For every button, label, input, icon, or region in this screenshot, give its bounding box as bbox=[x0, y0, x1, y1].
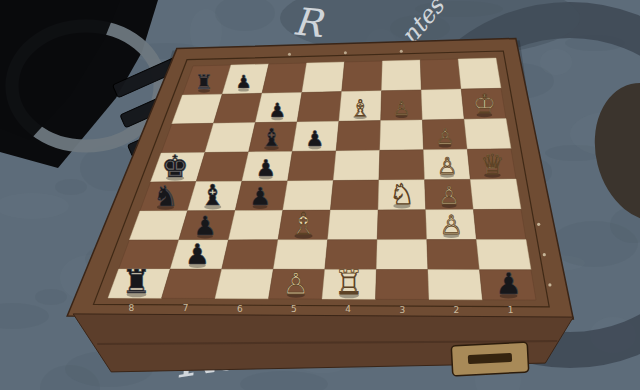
piece-glyph: ♟ bbox=[249, 182, 271, 211]
piece-glyph: ♞ bbox=[153, 180, 179, 213]
rank-label-4: 4 bbox=[345, 304, 351, 314]
square-c4[interactable] bbox=[328, 210, 379, 240]
piece-glyph: ♖ bbox=[334, 263, 364, 302]
piece-white-king-g1[interactable]: ♔ bbox=[473, 89, 496, 119]
piece-glyph: ♗ bbox=[350, 95, 370, 121]
piece-white-pawn-f2[interactable]: ♙ bbox=[435, 124, 454, 149]
file-label-mark bbox=[537, 223, 540, 226]
piece-white-pawn-g3[interactable]: ♙ bbox=[393, 97, 411, 120]
file-label-mark bbox=[543, 253, 546, 256]
square-d4[interactable] bbox=[330, 180, 379, 210]
piece-glyph: ♜ bbox=[195, 71, 213, 94]
piece-glyph: ♕ bbox=[480, 148, 505, 181]
square-c1[interactable] bbox=[473, 209, 526, 239]
square-g5[interactable] bbox=[297, 92, 342, 122]
piece-glyph: ♟ bbox=[495, 266, 522, 301]
rank-label-5: 5 bbox=[291, 304, 297, 314]
square-b6[interactable] bbox=[222, 240, 278, 269]
piece-black-rook-h8[interactable]: ♜ bbox=[195, 71, 213, 94]
piece-glyph: ♟ bbox=[185, 238, 210, 271]
file-label-mark bbox=[548, 283, 551, 286]
piece-glyph: ♟ bbox=[235, 71, 251, 92]
piece-black-pawn-e6[interactable]: ♟ bbox=[255, 155, 276, 181]
piece-black-king-e8[interactable]: ♚ bbox=[161, 149, 188, 184]
piece-black-bishop-f6[interactable]: ♝ bbox=[260, 123, 282, 152]
square-a7[interactable] bbox=[162, 269, 222, 298]
piece-white-pawn-c2[interactable]: ♙ bbox=[439, 210, 463, 240]
piece-white-pawn-d2[interactable]: ♙ bbox=[438, 181, 460, 210]
square-h4[interactable] bbox=[342, 61, 383, 92]
piece-white-pawn-a5[interactable]: ♙ bbox=[283, 266, 310, 301]
piece-white-bishop-c5[interactable]: ♗ bbox=[290, 206, 317, 241]
square-a3[interactable] bbox=[376, 270, 430, 300]
square-h3[interactable] bbox=[382, 60, 422, 91]
piece-glyph: ♔ bbox=[473, 89, 496, 119]
piece-black-pawn-a1[interactable]: ♟ bbox=[495, 266, 522, 301]
square-e7[interactable] bbox=[196, 152, 248, 182]
piece-black-rook-a8[interactable]: ♜ bbox=[122, 262, 152, 301]
piece-glyph: ♙ bbox=[283, 266, 310, 301]
piece-glyph: ♝ bbox=[200, 179, 226, 212]
square-a2[interactable] bbox=[428, 270, 483, 300]
square-c3[interactable] bbox=[377, 210, 427, 240]
square-h5[interactable] bbox=[302, 62, 345, 93]
piece-black-pawn-h7[interactable]: ♟ bbox=[235, 71, 251, 92]
square-h2[interactable] bbox=[420, 59, 461, 90]
piece-white-bishop-g4[interactable]: ♗ bbox=[350, 95, 370, 121]
rank-label-7: 7 bbox=[183, 303, 189, 313]
square-g2[interactable] bbox=[421, 89, 464, 120]
piece-glyph: ♟ bbox=[268, 99, 286, 122]
piece-white-knight-d3[interactable]: ♘ bbox=[389, 178, 415, 211]
square-f1[interactable] bbox=[464, 119, 511, 150]
square-e3[interactable] bbox=[379, 150, 425, 180]
piece-glyph: ♙ bbox=[393, 97, 411, 120]
carpet-mottle bbox=[540, 49, 572, 75]
rank-label-2: 2 bbox=[454, 305, 460, 315]
piece-glyph: ♙ bbox=[437, 153, 458, 179]
piece-glyph: ♟ bbox=[255, 155, 276, 181]
rank-label-8: 8 bbox=[129, 303, 135, 313]
photo-stage: RntesRe87654321♟♜♔♙♗♟♙♟♝♕♙♟♚♙♘♟♝♞♙♗♟♟♜♙♖… bbox=[0, 0, 640, 390]
piece-glyph: ♗ bbox=[290, 206, 317, 241]
piece-white-rook-a4[interactable]: ♖ bbox=[334, 263, 364, 302]
carpet-mottle bbox=[35, 289, 67, 305]
piece-glyph: ♙ bbox=[435, 124, 454, 149]
piece-black-knight-d8[interactable]: ♞ bbox=[153, 180, 179, 213]
piece-black-pawn-c7[interactable]: ♟ bbox=[193, 211, 217, 241]
top-label-mark bbox=[400, 50, 403, 53]
carpet-mottle bbox=[55, 179, 87, 195]
square-b1[interactable] bbox=[476, 240, 531, 270]
top-label-mark bbox=[344, 51, 347, 54]
square-b3[interactable] bbox=[376, 240, 428, 270]
piece-glyph: ♟ bbox=[305, 126, 324, 151]
piece-glyph: ♟ bbox=[193, 211, 217, 241]
square-c6[interactable] bbox=[228, 210, 282, 240]
square-a6[interactable] bbox=[215, 269, 273, 299]
piece-glyph: ♘ bbox=[389, 178, 415, 211]
rank-label-3: 3 bbox=[399, 305, 405, 315]
piece-black-pawn-g6[interactable]: ♟ bbox=[268, 99, 286, 122]
piece-black-pawn-b7[interactable]: ♟ bbox=[185, 238, 210, 271]
rank-label-1: 1 bbox=[508, 305, 514, 315]
square-f4[interactable] bbox=[336, 121, 381, 151]
square-f7[interactable] bbox=[205, 123, 255, 153]
square-h1[interactable] bbox=[458, 58, 501, 89]
square-f3[interactable] bbox=[380, 120, 424, 150]
top-label-mark bbox=[288, 53, 291, 56]
piece-black-pawn-f5[interactable]: ♟ bbox=[305, 126, 324, 151]
square-b2[interactable] bbox=[427, 240, 480, 270]
piece-glyph: ♙ bbox=[439, 210, 463, 240]
chess-game-photo: RntesRe87654321♟♜♔♙♗♟♙♟♝♕♙♟♚♙♘♟♝♞♙♗♟♟♜♙♖… bbox=[0, 0, 640, 390]
piece-glyph: ♚ bbox=[161, 149, 188, 184]
piece-white-queen-e1[interactable]: ♕ bbox=[480, 148, 505, 181]
square-h6[interactable] bbox=[262, 63, 307, 93]
piece-glyph: ♙ bbox=[438, 181, 460, 210]
piece-black-bishop-d7[interactable]: ♝ bbox=[200, 179, 226, 212]
rank-label-6: 6 bbox=[237, 304, 243, 314]
square-e5[interactable] bbox=[288, 151, 337, 181]
square-e4[interactable] bbox=[333, 150, 380, 180]
piece-glyph: ♝ bbox=[260, 123, 282, 152]
piece-white-pawn-e2[interactable]: ♙ bbox=[437, 153, 458, 179]
piece-glyph: ♜ bbox=[122, 262, 152, 301]
square-d1[interactable] bbox=[470, 179, 521, 210]
piece-black-pawn-d6[interactable]: ♟ bbox=[249, 182, 271, 211]
